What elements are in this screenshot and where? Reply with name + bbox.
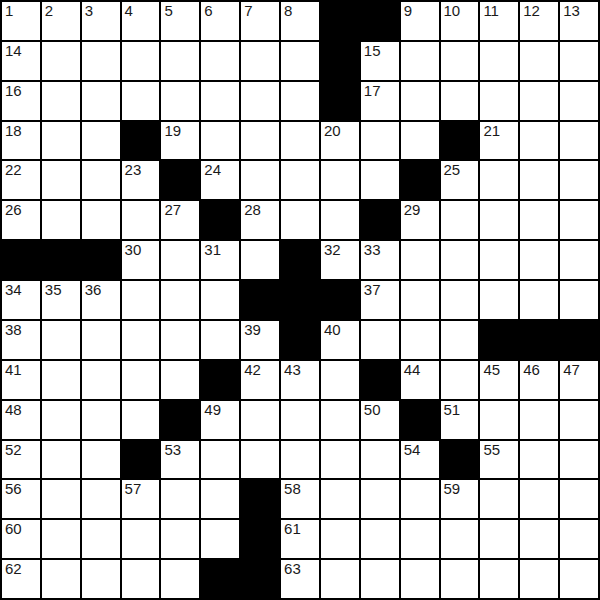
block-cell-r9c5 <box>201 361 239 399</box>
clue-number-28: 28 <box>244 202 261 218</box>
cell-r12c11[interactable]: 59 <box>441 480 479 518</box>
cell-r3c2[interactable] <box>82 122 120 160</box>
cell-r7c14[interactable] <box>560 281 598 319</box>
cell-r0c12[interactable]: 11 <box>480 2 518 40</box>
cell-r2c0[interactable]: 16 <box>2 82 40 120</box>
cell-r0c4[interactable]: 5 <box>161 2 199 40</box>
clue-number-56: 56 <box>5 481 22 497</box>
clue-number-15: 15 <box>364 43 381 59</box>
block-cell-r3c3 <box>122 122 160 160</box>
cell-r7c9[interactable]: 37 <box>361 281 399 319</box>
block-cell-r10c10 <box>401 401 439 439</box>
clue-number-41: 41 <box>5 362 22 378</box>
cell-r2c9[interactable]: 17 <box>361 82 399 120</box>
cell-r9c3[interactable] <box>122 361 160 399</box>
cell-r4c13[interactable] <box>520 161 558 199</box>
clue-number-19: 19 <box>164 123 181 139</box>
cell-r7c10[interactable] <box>401 281 439 319</box>
cell-r2c14[interactable] <box>560 82 598 120</box>
cell-r4c1[interactable] <box>42 161 80 199</box>
cell-r14c13[interactable] <box>520 560 558 598</box>
cell-r9c0[interactable]: 41 <box>2 361 40 399</box>
cell-r1c6[interactable] <box>241 42 279 80</box>
clue-number-16: 16 <box>5 83 22 99</box>
block-cell-r14c6 <box>241 560 279 598</box>
cell-r10c6[interactable] <box>241 401 279 439</box>
cell-r11c2[interactable] <box>82 441 120 479</box>
cell-r2c12[interactable] <box>480 82 518 120</box>
clue-number-52: 52 <box>5 442 22 458</box>
cell-r14c11[interactable] <box>441 560 479 598</box>
cell-r8c1[interactable] <box>42 321 80 359</box>
clue-number-38: 38 <box>5 322 22 338</box>
clue-number-63: 63 <box>284 561 301 577</box>
cell-r10c12[interactable] <box>480 401 518 439</box>
block-cell-r1c8 <box>321 42 359 80</box>
cell-r13c13[interactable] <box>520 520 558 558</box>
cell-r0c1[interactable]: 2 <box>42 2 80 40</box>
clue-number-43: 43 <box>284 362 301 378</box>
cell-r8c0[interactable]: 38 <box>2 321 40 359</box>
cell-r8c8[interactable]: 40 <box>321 321 359 359</box>
cell-r0c14[interactable]: 13 <box>560 2 598 40</box>
cell-r12c8[interactable] <box>321 480 359 518</box>
clue-number-29: 29 <box>404 202 421 218</box>
cell-r2c1[interactable] <box>42 82 80 120</box>
cell-r13c3[interactable] <box>122 520 160 558</box>
crossword-puzzle: 1234567891011121314151617181920212223242… <box>0 0 600 600</box>
cell-r11c0[interactable]: 52 <box>2 441 40 479</box>
block-cell-r6c2 <box>82 241 120 279</box>
block-cell-r14c5 <box>201 560 239 598</box>
cell-r13c12[interactable] <box>480 520 518 558</box>
cell-r1c11[interactable] <box>441 42 479 80</box>
block-cell-r3c11 <box>441 122 479 160</box>
cell-r5c0[interactable]: 26 <box>2 201 40 239</box>
cell-r10c5[interactable]: 49 <box>201 401 239 439</box>
cell-r1c0[interactable]: 14 <box>2 42 40 80</box>
crossword-board: 1234567891011121314151617181920212223242… <box>0 0 600 600</box>
cell-r9c13[interactable]: 46 <box>520 361 558 399</box>
block-cell-r5c5 <box>201 201 239 239</box>
cell-r11c8[interactable] <box>321 441 359 479</box>
cell-r6c11[interactable] <box>441 241 479 279</box>
clue-number-47: 47 <box>563 362 580 378</box>
clue-number-2: 2 <box>45 3 53 19</box>
clue-number-24: 24 <box>204 162 221 178</box>
cell-r14c0[interactable]: 62 <box>2 560 40 598</box>
cell-r3c8[interactable]: 20 <box>321 122 359 160</box>
cell-r1c3[interactable] <box>122 42 160 80</box>
cell-r4c11[interactable]: 25 <box>441 161 479 199</box>
block-cell-r12c6 <box>241 480 279 518</box>
cell-r4c0[interactable]: 22 <box>2 161 40 199</box>
cell-r6c3[interactable]: 30 <box>122 241 160 279</box>
cell-r14c10[interactable] <box>401 560 439 598</box>
cell-r3c9[interactable] <box>361 122 399 160</box>
cell-r3c6[interactable] <box>241 122 279 160</box>
clue-number-25: 25 <box>444 162 461 178</box>
cell-r0c5[interactable]: 6 <box>201 2 239 40</box>
cell-r9c4[interactable] <box>161 361 199 399</box>
clue-number-34: 34 <box>5 282 22 298</box>
cell-r11c13[interactable] <box>520 441 558 479</box>
cell-r4c2[interactable] <box>82 161 120 199</box>
cell-r9c11[interactable] <box>441 361 479 399</box>
cell-r8c3[interactable] <box>122 321 160 359</box>
block-cell-r8c14 <box>560 321 598 359</box>
cell-r6c6[interactable] <box>241 241 279 279</box>
cell-r10c13[interactable] <box>520 401 558 439</box>
cell-r14c3[interactable] <box>122 560 160 598</box>
block-cell-r4c4 <box>161 161 199 199</box>
cell-r1c1[interactable] <box>42 42 80 80</box>
cell-r5c6[interactable]: 28 <box>241 201 279 239</box>
cell-r6c13[interactable] <box>520 241 558 279</box>
cell-r9c10[interactable]: 44 <box>401 361 439 399</box>
clue-number-42: 42 <box>244 362 261 378</box>
cell-r12c3[interactable]: 57 <box>122 480 160 518</box>
cell-r13c0[interactable]: 60 <box>2 520 40 558</box>
cell-r14c8[interactable] <box>321 560 359 598</box>
cell-r8c10[interactable] <box>401 321 439 359</box>
clue-number-10: 10 <box>444 3 461 19</box>
block-cell-r6c0 <box>2 241 40 279</box>
cell-r2c10[interactable] <box>401 82 439 120</box>
cell-r13c5[interactable] <box>201 520 239 558</box>
clue-number-1: 1 <box>5 3 13 19</box>
cell-r13c1[interactable] <box>42 520 80 558</box>
cell-r6c8[interactable]: 32 <box>321 241 359 279</box>
cell-r0c13[interactable]: 12 <box>520 2 558 40</box>
clue-number-6: 6 <box>204 3 212 19</box>
block-cell-r13c6 <box>241 520 279 558</box>
clue-number-20: 20 <box>324 123 341 139</box>
cell-r0c0[interactable]: 1 <box>2 2 40 40</box>
cell-r7c1[interactable]: 35 <box>42 281 80 319</box>
clue-number-17: 17 <box>364 83 381 99</box>
block-cell-r11c11 <box>441 441 479 479</box>
cell-r12c2[interactable] <box>82 480 120 518</box>
clue-number-23: 23 <box>125 162 142 178</box>
cell-r14c4[interactable] <box>161 560 199 598</box>
block-cell-r2c8 <box>321 82 359 120</box>
clue-number-36: 36 <box>85 282 102 298</box>
clue-number-4: 4 <box>125 3 133 19</box>
cell-r8c6[interactable]: 39 <box>241 321 279 359</box>
cell-r4c5[interactable]: 24 <box>201 161 239 199</box>
cell-r0c7[interactable]: 8 <box>281 2 319 40</box>
cell-r3c7[interactable] <box>281 122 319 160</box>
cell-r10c11[interactable]: 51 <box>441 401 479 439</box>
block-cell-r5c9 <box>361 201 399 239</box>
cell-r4c8[interactable] <box>321 161 359 199</box>
cell-r11c12[interactable]: 55 <box>480 441 518 479</box>
cell-r1c10[interactable] <box>401 42 439 80</box>
clue-number-48: 48 <box>5 402 22 418</box>
cell-r8c5[interactable] <box>201 321 239 359</box>
cell-r7c13[interactable] <box>520 281 558 319</box>
block-cell-r6c7 <box>281 241 319 279</box>
clue-number-3: 3 <box>85 3 93 19</box>
cell-r3c10[interactable] <box>401 122 439 160</box>
clue-number-46: 46 <box>523 362 540 378</box>
cell-r11c5[interactable] <box>201 441 239 479</box>
cell-r1c14[interactable] <box>560 42 598 80</box>
cell-r3c12[interactable]: 21 <box>480 122 518 160</box>
cell-r9c1[interactable] <box>42 361 80 399</box>
cell-r9c8[interactable] <box>321 361 359 399</box>
cell-r10c1[interactable] <box>42 401 80 439</box>
cell-r9c14[interactable]: 47 <box>560 361 598 399</box>
cell-r7c2[interactable]: 36 <box>82 281 120 319</box>
cell-r13c8[interactable] <box>321 520 359 558</box>
clue-number-55: 55 <box>483 442 500 458</box>
clue-number-9: 9 <box>404 3 412 19</box>
cell-r1c5[interactable] <box>201 42 239 80</box>
cell-r14c14[interactable] <box>560 560 598 598</box>
clue-number-7: 7 <box>244 3 252 19</box>
cell-r2c4[interactable] <box>161 82 199 120</box>
cell-r2c6[interactable] <box>241 82 279 120</box>
clue-number-58: 58 <box>284 481 301 497</box>
cell-r9c12[interactable]: 45 <box>480 361 518 399</box>
cell-r13c10[interactable] <box>401 520 439 558</box>
cell-r4c3[interactable]: 23 <box>122 161 160 199</box>
clue-number-12: 12 <box>523 3 540 19</box>
clue-number-61: 61 <box>284 521 301 537</box>
block-cell-r10c4 <box>161 401 199 439</box>
cell-r1c7[interactable] <box>281 42 319 80</box>
clue-number-49: 49 <box>204 402 221 418</box>
cell-r5c7[interactable] <box>281 201 319 239</box>
block-cell-r11c3 <box>122 441 160 479</box>
cell-r13c4[interactable] <box>161 520 199 558</box>
cell-r6c12[interactable] <box>480 241 518 279</box>
cell-r10c9[interactable]: 50 <box>361 401 399 439</box>
clue-number-53: 53 <box>164 442 181 458</box>
cell-r0c6[interactable]: 7 <box>241 2 279 40</box>
clue-number-39: 39 <box>244 322 261 338</box>
clue-number-33: 33 <box>364 242 381 258</box>
cell-r3c0[interactable]: 18 <box>2 122 40 160</box>
clue-number-27: 27 <box>164 202 181 218</box>
cell-r12c12[interactable] <box>480 480 518 518</box>
cell-r6c9[interactable]: 33 <box>361 241 399 279</box>
cell-r10c0[interactable]: 48 <box>2 401 40 439</box>
cell-r6c14[interactable] <box>560 241 598 279</box>
cell-r13c9[interactable] <box>361 520 399 558</box>
cell-r5c13[interactable] <box>520 201 558 239</box>
cell-r5c10[interactable]: 29 <box>401 201 439 239</box>
cell-r7c4[interactable] <box>161 281 199 319</box>
cell-r12c14[interactable] <box>560 480 598 518</box>
cell-r4c12[interactable] <box>480 161 518 199</box>
cell-r14c9[interactable] <box>361 560 399 598</box>
block-cell-r7c6 <box>241 281 279 319</box>
cell-r1c9[interactable]: 15 <box>361 42 399 80</box>
cell-r10c2[interactable] <box>82 401 120 439</box>
cell-r5c1[interactable] <box>42 201 80 239</box>
cell-r5c12[interactable] <box>480 201 518 239</box>
cell-r10c3[interactable] <box>122 401 160 439</box>
clue-number-57: 57 <box>125 481 142 497</box>
cell-r5c4[interactable]: 27 <box>161 201 199 239</box>
cell-r5c8[interactable] <box>321 201 359 239</box>
clue-number-14: 14 <box>5 43 22 59</box>
block-cell-r7c8 <box>321 281 359 319</box>
block-cell-r8c12 <box>480 321 518 359</box>
clue-number-32: 32 <box>324 242 341 258</box>
block-cell-r0c8 <box>321 2 359 40</box>
cell-r9c7[interactable]: 43 <box>281 361 319 399</box>
cell-r3c5[interactable] <box>201 122 239 160</box>
cell-r5c11[interactable] <box>441 201 479 239</box>
cell-r8c2[interactable] <box>82 321 120 359</box>
cell-r2c11[interactable] <box>441 82 479 120</box>
clue-number-11: 11 <box>483 3 499 19</box>
cell-r12c10[interactable] <box>401 480 439 518</box>
cell-r7c12[interactable] <box>480 281 518 319</box>
cell-r10c8[interactable] <box>321 401 359 439</box>
cell-r12c7[interactable]: 58 <box>281 480 319 518</box>
cell-r7c11[interactable] <box>441 281 479 319</box>
cell-r4c9[interactable] <box>361 161 399 199</box>
cell-r8c11[interactable] <box>441 321 479 359</box>
clue-number-59: 59 <box>444 481 461 497</box>
cell-r12c13[interactable] <box>520 480 558 518</box>
cell-r2c5[interactable] <box>201 82 239 120</box>
clue-number-13: 13 <box>563 3 580 19</box>
cell-r11c7[interactable] <box>281 441 319 479</box>
cell-r4c14[interactable] <box>560 161 598 199</box>
cell-r13c2[interactable] <box>82 520 120 558</box>
clue-number-22: 22 <box>5 162 22 178</box>
clue-number-54: 54 <box>404 442 421 458</box>
cell-r11c4[interactable]: 53 <box>161 441 199 479</box>
cell-r12c1[interactable] <box>42 480 80 518</box>
cell-r5c2[interactable] <box>82 201 120 239</box>
cell-r6c4[interactable] <box>161 241 199 279</box>
cell-r5c3[interactable] <box>122 201 160 239</box>
block-cell-r4c10 <box>401 161 439 199</box>
cell-r12c9[interactable] <box>361 480 399 518</box>
cell-r13c14[interactable] <box>560 520 598 558</box>
cell-r14c7[interactable]: 63 <box>281 560 319 598</box>
cell-r12c5[interactable] <box>201 480 239 518</box>
clue-number-35: 35 <box>45 282 62 298</box>
cell-r2c13[interactable] <box>520 82 558 120</box>
cell-r0c11[interactable]: 10 <box>441 2 479 40</box>
clue-number-62: 62 <box>5 561 22 577</box>
cell-r6c5[interactable]: 31 <box>201 241 239 279</box>
clue-number-60: 60 <box>5 521 22 537</box>
cell-r11c1[interactable] <box>42 441 80 479</box>
cell-r3c13[interactable] <box>520 122 558 160</box>
clue-number-21: 21 <box>483 123 500 139</box>
cell-r7c3[interactable] <box>122 281 160 319</box>
cell-r2c3[interactable] <box>122 82 160 120</box>
cell-r13c7[interactable]: 61 <box>281 520 319 558</box>
block-cell-r7c7 <box>281 281 319 319</box>
block-cell-r8c13 <box>520 321 558 359</box>
cell-r3c14[interactable] <box>560 122 598 160</box>
clue-number-30: 30 <box>125 242 142 258</box>
cell-r0c3[interactable]: 4 <box>122 2 160 40</box>
cell-r9c2[interactable] <box>82 361 120 399</box>
cell-r2c2[interactable] <box>82 82 120 120</box>
cell-r3c1[interactable] <box>42 122 80 160</box>
cell-r12c4[interactable] <box>161 480 199 518</box>
cell-r11c14[interactable] <box>560 441 598 479</box>
cell-r4c7[interactable] <box>281 161 319 199</box>
cell-r7c5[interactable] <box>201 281 239 319</box>
cell-r14c2[interactable] <box>82 560 120 598</box>
clue-number-5: 5 <box>164 3 172 19</box>
cell-r8c4[interactable] <box>161 321 199 359</box>
cell-r1c2[interactable] <box>82 42 120 80</box>
cell-r12c0[interactable]: 56 <box>2 480 40 518</box>
clue-number-8: 8 <box>284 3 292 19</box>
cell-r10c14[interactable] <box>560 401 598 439</box>
cell-r10c7[interactable] <box>281 401 319 439</box>
cell-r7c0[interactable]: 34 <box>2 281 40 319</box>
clue-number-26: 26 <box>5 202 22 218</box>
cell-r1c13[interactable] <box>520 42 558 80</box>
cell-r0c10[interactable]: 9 <box>401 2 439 40</box>
cell-r9c6[interactable]: 42 <box>241 361 279 399</box>
block-cell-r6c1 <box>42 241 80 279</box>
block-cell-r0c9 <box>361 2 399 40</box>
clue-number-40: 40 <box>324 322 341 338</box>
clue-number-18: 18 <box>5 123 22 139</box>
cell-r11c10[interactable]: 54 <box>401 441 439 479</box>
clue-number-50: 50 <box>364 402 381 418</box>
cell-r11c6[interactable] <box>241 441 279 479</box>
clue-number-44: 44 <box>404 362 421 378</box>
block-cell-r9c9 <box>361 361 399 399</box>
clue-number-51: 51 <box>444 402 461 418</box>
cell-r0c2[interactable]: 3 <box>82 2 120 40</box>
cell-r11c9[interactable] <box>361 441 399 479</box>
clue-number-31: 31 <box>204 242 221 258</box>
cell-r4c6[interactable] <box>241 161 279 199</box>
cell-r14c12[interactable] <box>480 560 518 598</box>
cell-r2c7[interactable] <box>281 82 319 120</box>
cell-r6c10[interactable] <box>401 241 439 279</box>
clue-number-37: 37 <box>364 282 381 298</box>
cell-r14c1[interactable] <box>42 560 80 598</box>
block-cell-r8c7 <box>281 321 319 359</box>
cell-r1c12[interactable] <box>480 42 518 80</box>
cell-r1c4[interactable] <box>161 42 199 80</box>
clue-number-45: 45 <box>483 362 500 378</box>
cell-r5c14[interactable] <box>560 201 598 239</box>
cell-r13c11[interactable] <box>441 520 479 558</box>
cell-r3c4[interactable]: 19 <box>161 122 199 160</box>
cell-r8c9[interactable] <box>361 321 399 359</box>
